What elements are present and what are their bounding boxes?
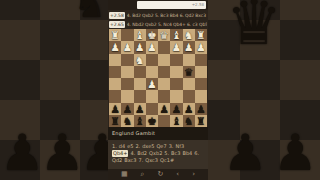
board-icon[interactable]: ▦ (121, 169, 128, 180)
move-token[interactable]: Bd2 (137, 150, 147, 157)
black-n-piece: ♞ (123, 115, 132, 127)
white-b-piece: ♝ (172, 29, 181, 41)
square-a1[interactable]: ♜ (195, 29, 207, 41)
move-token[interactable]: d4 (119, 143, 125, 150)
square-c1[interactable]: ♝ (170, 29, 182, 41)
square-a2[interactable]: ♟ (195, 41, 207, 53)
black-p-piece: ♟ (123, 103, 132, 115)
black-r-piece: ♜ (196, 115, 205, 127)
square-f4[interactable] (134, 66, 146, 78)
square-g8[interactable]: ♞ (121, 115, 133, 127)
square-f3[interactable]: ♞ (134, 54, 146, 66)
square-h6[interactable] (109, 90, 121, 102)
square-c4[interactable] (170, 66, 182, 78)
white-p-piece: ♟ (184, 41, 193, 53)
move-token[interactable]: 7. (139, 157, 144, 164)
square-d6[interactable] (158, 90, 170, 102)
square-f8[interactable]: ♝ (134, 115, 146, 127)
white-r-piece: ♜ (110, 29, 119, 41)
square-c2[interactable]: ♟ (170, 41, 182, 53)
background-queen-icon: ♛ (222, 0, 286, 54)
square-g5[interactable] (121, 78, 133, 90)
black-p-piece: ♟ (159, 103, 168, 115)
white-p-piece: ♟ (123, 41, 132, 53)
square-c6[interactable] (170, 90, 182, 102)
black-p-piece: ♟ (135, 103, 144, 115)
square-g1[interactable] (121, 29, 133, 41)
move-token[interactable]: Qd2 (112, 157, 122, 164)
white-p-piece: ♟ (196, 41, 205, 53)
engine-line-moves: 4. Bd2 Qxb2 5. Bc3 Bb4 6. Qd2 Bxc3 7. Nx… (127, 13, 207, 18)
move-token[interactable]: 4. (130, 150, 135, 157)
white-n-piece: ♞ (184, 29, 193, 41)
flip-board-icon[interactable]: ↻ (158, 169, 164, 180)
white-p-piece: ♟ (147, 78, 156, 90)
square-h1[interactable]: ♜ (109, 29, 121, 41)
chess-app-window: +2.58 +2.58 4. Bd2 Qxb2 5. Bc3 Bb4 6. Qd… (108, 0, 208, 180)
square-b4[interactable]: ♛ (183, 66, 195, 78)
square-b7[interactable]: ♟ (183, 103, 195, 115)
square-a5[interactable] (195, 78, 207, 90)
black-b-piece: ♝ (172, 115, 181, 127)
move-token[interactable]: Qxc3 (145, 157, 158, 164)
opening-title: Englund Gambit (108, 127, 208, 140)
square-f5[interactable] (134, 78, 146, 90)
move-token[interactable]: Qxb2 (149, 150, 162, 157)
black-b-piece: ♝ (135, 115, 144, 127)
background-pawn-icon: ♟ (40, 128, 80, 178)
square-f1[interactable]: ♝ (134, 29, 146, 41)
square-b5[interactable] (183, 78, 195, 90)
eval-badge: +2.58 (109, 12, 125, 19)
square-e4[interactable] (146, 66, 158, 78)
search-icon[interactable]: ⌕ (141, 169, 145, 180)
square-h8[interactable]: ♜ (109, 115, 121, 127)
white-n-piece: ♞ (135, 54, 144, 66)
move-token[interactable]: Bc3 (171, 150, 180, 157)
engine-line-2[interactable]: +2.65 4. Nbd2 Qxb2 5. Nc4 Qb4+ 6. c3 Qb5… (108, 20, 208, 28)
black-q-piece: ♛ (184, 66, 193, 78)
square-d8[interactable] (158, 115, 170, 127)
square-d5[interactable] (158, 78, 170, 90)
square-a8[interactable]: ♜ (195, 115, 207, 127)
square-e7[interactable] (146, 103, 158, 115)
video-frame: ♞ ♛ ♟ ♟ ♟ ♟ ♟ +2.58 +2.58 4. Bd2 Qxb2 5.… (0, 0, 320, 180)
search-input[interactable]: +2.58 (137, 1, 206, 9)
square-b8[interactable]: ♞ (183, 115, 195, 127)
back-icon[interactable]: ‹ (176, 169, 179, 180)
move-token[interactable]: 1. (112, 143, 117, 150)
black-k-piece: ♚ (147, 115, 156, 127)
square-f7[interactable]: ♟ (134, 103, 146, 115)
engine-line-1[interactable]: +2.58 4. Bd2 Qxb2 5. Bc3 Bb4 6. Qd2 Bxc3… (108, 11, 208, 19)
square-g2[interactable]: ♟ (121, 41, 133, 53)
move-token[interactable]: Nf3 (175, 143, 184, 150)
move-token[interactable]: dxe5 (142, 143, 154, 150)
move-token[interactable]: e5 (127, 143, 133, 150)
black-p-piece: ♟ (110, 103, 119, 115)
square-g6[interactable] (121, 90, 133, 102)
black-n-piece: ♞ (184, 115, 193, 127)
engine-line-moves: 4. Nbd2 Qxb2 5. Nc4 Qb4+ 6. c3 Qb5 7. e4 (127, 22, 207, 27)
white-r-piece: ♜ (196, 29, 205, 41)
square-d2[interactable] (158, 41, 170, 53)
white-p-piece: ♟ (147, 41, 156, 53)
current-move-token[interactable]: Qb4+ (112, 150, 128, 157)
background-knight-icon: ♞ (68, 0, 112, 23)
white-p-piece: ♟ (110, 41, 119, 53)
square-h2[interactable]: ♟ (109, 41, 121, 53)
square-c5[interactable] (170, 78, 182, 90)
square-e6[interactable] (146, 90, 158, 102)
eval-badge: +2.65 (109, 21, 125, 28)
square-f2[interactable]: ♟ (134, 41, 146, 53)
square-c7[interactable]: ♟ (170, 103, 182, 115)
move-token[interactable]: 6. (194, 150, 199, 157)
move-token[interactable]: Bb4 (182, 150, 192, 157)
square-d1[interactable]: ♛ (158, 29, 170, 41)
board[interactable]: ♜♝♚♛♝♞♜♟♟♟♟♟♟♟♞♛♟♟♟♟♟♟♟♟♜♞♝♚♝♞♜ (109, 29, 207, 127)
white-p-piece: ♟ (135, 41, 144, 53)
square-d4[interactable] (158, 66, 170, 78)
square-a3[interactable] (195, 54, 207, 66)
square-b3[interactable] (183, 54, 195, 66)
square-b6[interactable] (183, 90, 195, 102)
square-g4[interactable] (121, 66, 133, 78)
square-h4[interactable] (109, 66, 121, 78)
move-token[interactable]: Qc1# (160, 157, 174, 164)
square-e8[interactable]: ♚ (146, 115, 158, 127)
square-g7[interactable]: ♟ (121, 103, 133, 115)
forward-icon[interactable]: › (192, 169, 195, 180)
square-a4[interactable] (195, 66, 207, 78)
black-r-piece: ♜ (110, 115, 119, 127)
square-c3[interactable] (170, 54, 182, 66)
background-pawn-icon: ♟ (273, 128, 313, 178)
bottom-toolbar: ▦⌕↻‹› (108, 169, 208, 180)
square-g3[interactable] (121, 54, 133, 66)
square-f6[interactable] (134, 90, 146, 102)
white-b-piece: ♝ (135, 29, 144, 41)
app-header: +2.58 (108, 0, 208, 10)
square-a6[interactable] (195, 90, 207, 102)
move-token[interactable]: Bxc3 (124, 157, 136, 164)
square-e3[interactable] (146, 54, 158, 66)
background-pawn-icon: ♟ (223, 128, 263, 178)
square-e5[interactable]: ♟ (146, 78, 158, 90)
opening-moves: 1.d4e52.dxe5Qe73.Nf3Qb4+4.Bd2Qxb25.Bc3Bb… (108, 140, 208, 169)
black-p-piece: ♟ (172, 103, 181, 115)
square-d3[interactable] (158, 54, 170, 66)
white-q-piece: ♛ (159, 29, 168, 41)
move-token[interactable]: 3. (169, 143, 174, 150)
square-c8[interactable]: ♝ (170, 115, 182, 127)
black-p-piece: ♟ (196, 103, 205, 115)
white-p-piece: ♟ (172, 41, 181, 53)
move-token[interactable]: 5. (164, 150, 169, 157)
square-h5[interactable] (109, 78, 121, 90)
square-h7[interactable]: ♟ (109, 103, 121, 115)
square-e2[interactable]: ♟ (146, 41, 158, 53)
square-e1[interactable]: ♚ (146, 29, 158, 41)
black-p-piece: ♟ (184, 103, 193, 115)
move-token[interactable]: Qe7 (156, 143, 166, 150)
square-b1[interactable]: ♞ (183, 29, 195, 41)
move-token[interactable]: 2. (135, 143, 140, 150)
square-h3[interactable] (109, 54, 121, 66)
square-b2[interactable]: ♟ (183, 41, 195, 53)
background-pawn-icon: ♟ (0, 128, 40, 178)
square-a7[interactable]: ♟ (195, 103, 207, 115)
white-k-piece: ♚ (147, 29, 156, 41)
square-d7[interactable]: ♟ (158, 103, 170, 115)
